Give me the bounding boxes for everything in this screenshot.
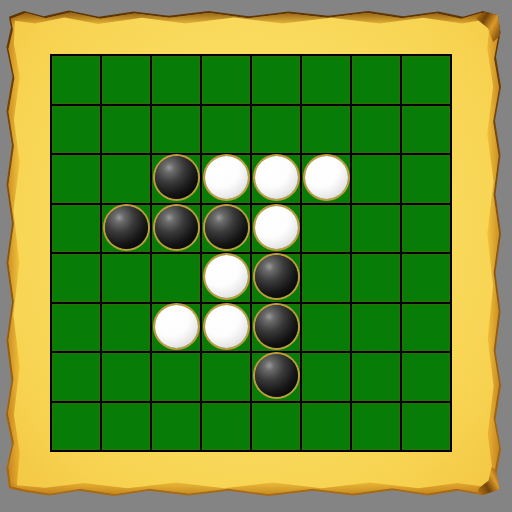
board-cell[interactable] xyxy=(352,353,400,401)
black-disc xyxy=(255,255,298,298)
white-disc xyxy=(205,305,248,348)
board-cell[interactable] xyxy=(252,353,300,401)
black-disc xyxy=(155,156,198,199)
board-cell[interactable] xyxy=(102,106,150,154)
white-disc xyxy=(255,206,298,249)
board-cell[interactable] xyxy=(152,56,200,104)
board-cell[interactable] xyxy=(402,205,450,253)
board-cell[interactable] xyxy=(202,403,250,451)
board-cell[interactable] xyxy=(152,254,200,302)
board-cell[interactable] xyxy=(252,56,300,104)
board-cell[interactable] xyxy=(402,106,450,154)
board-cell[interactable] xyxy=(102,403,150,451)
board-cell[interactable] xyxy=(302,304,350,352)
board-cell[interactable] xyxy=(402,155,450,203)
board-cell[interactable] xyxy=(152,353,200,401)
board-cell[interactable] xyxy=(402,403,450,451)
white-disc xyxy=(205,255,248,298)
board-cell[interactable] xyxy=(252,254,300,302)
board-cell[interactable] xyxy=(402,353,450,401)
board-cell[interactable] xyxy=(102,205,150,253)
board-cell[interactable] xyxy=(102,353,150,401)
board-cell[interactable] xyxy=(52,205,100,253)
board-cell[interactable] xyxy=(152,304,200,352)
board-cell[interactable] xyxy=(302,106,350,154)
board-cell[interactable] xyxy=(52,254,100,302)
board-cell[interactable] xyxy=(302,56,350,104)
board-cell[interactable] xyxy=(102,155,150,203)
board-cell[interactable] xyxy=(52,106,100,154)
app-background: { "game": { "name": "Othello (Reversi)",… xyxy=(0,0,512,512)
board-cell[interactable] xyxy=(302,155,350,203)
black-disc xyxy=(205,206,248,249)
board-cell[interactable] xyxy=(302,403,350,451)
board-cell[interactable] xyxy=(302,254,350,302)
board-cell[interactable] xyxy=(202,304,250,352)
white-disc xyxy=(155,305,198,348)
board-cell[interactable] xyxy=(352,403,400,451)
board-cell[interactable] xyxy=(102,304,150,352)
board-cell[interactable] xyxy=(202,155,250,203)
black-disc xyxy=(155,206,198,249)
black-disc xyxy=(255,305,298,348)
board-cell[interactable] xyxy=(152,106,200,154)
board-cell[interactable] xyxy=(402,56,450,104)
board-cell[interactable] xyxy=(302,353,350,401)
black-disc xyxy=(255,354,298,397)
board-cell[interactable] xyxy=(102,254,150,302)
board-cell[interactable] xyxy=(352,205,400,253)
board-cell[interactable] xyxy=(102,56,150,104)
white-disc xyxy=(305,156,348,199)
board xyxy=(50,54,452,452)
board-cell[interactable] xyxy=(52,304,100,352)
board-cell[interactable] xyxy=(202,254,250,302)
board-cell[interactable] xyxy=(352,155,400,203)
board-cell[interactable] xyxy=(302,205,350,253)
board-cell[interactable] xyxy=(252,205,300,253)
board-cell[interactable] xyxy=(152,205,200,253)
board-cell[interactable] xyxy=(52,403,100,451)
board-cell[interactable] xyxy=(152,403,200,451)
board-cell[interactable] xyxy=(252,155,300,203)
board-cell[interactable] xyxy=(252,403,300,451)
board-cell[interactable] xyxy=(202,353,250,401)
board-cell[interactable] xyxy=(152,155,200,203)
board-cell[interactable] xyxy=(252,106,300,154)
board-cell[interactable] xyxy=(202,205,250,253)
board-cell[interactable] xyxy=(202,106,250,154)
board-cell[interactable] xyxy=(352,106,400,154)
board-cell[interactable] xyxy=(52,56,100,104)
board-cell[interactable] xyxy=(352,254,400,302)
board-cell[interactable] xyxy=(352,56,400,104)
board-cell[interactable] xyxy=(202,56,250,104)
white-disc xyxy=(205,156,248,199)
board-cell[interactable] xyxy=(402,254,450,302)
board-cell[interactable] xyxy=(52,353,100,401)
board-cell[interactable] xyxy=(52,155,100,203)
black-disc xyxy=(105,206,148,249)
board-cell[interactable] xyxy=(402,304,450,352)
board-cell[interactable] xyxy=(252,304,300,352)
white-disc xyxy=(255,156,298,199)
board-cell[interactable] xyxy=(352,304,400,352)
